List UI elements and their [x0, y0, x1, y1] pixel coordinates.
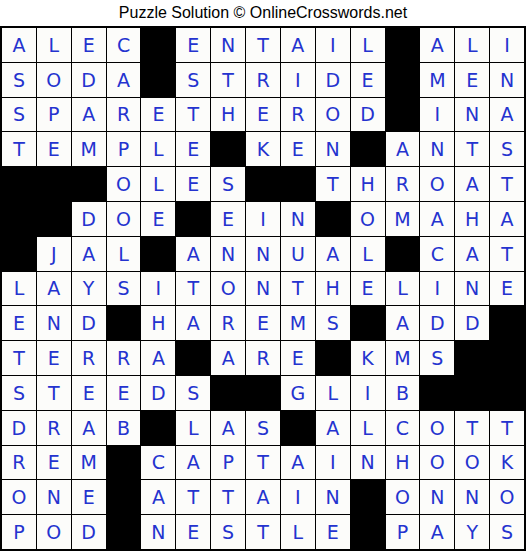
- letter-cell: N: [351, 446, 385, 480]
- letter-cell: T: [281, 272, 315, 306]
- letter-cell: T: [176, 480, 210, 514]
- letter-cell: N: [37, 306, 71, 340]
- letter-cell: O: [420, 411, 454, 445]
- block-cell: [351, 515, 385, 549]
- letter-cell: E: [316, 515, 350, 549]
- letter-cell: M: [72, 446, 106, 480]
- letter-cell: L: [281, 515, 315, 549]
- block-cell: [490, 376, 524, 410]
- letter-cell: O: [2, 480, 36, 514]
- letter-cell: A: [386, 132, 420, 166]
- letter-cell: E: [176, 167, 210, 201]
- block-cell: [386, 28, 420, 62]
- letter-cell: O: [107, 167, 141, 201]
- letter-cell: D: [72, 63, 106, 97]
- block-cell: [72, 167, 106, 201]
- block-cell: [211, 132, 245, 166]
- letter-cell: N: [420, 480, 454, 514]
- letter-cell: S: [420, 341, 454, 375]
- letter-cell: O: [37, 515, 71, 549]
- letter-cell: D: [72, 202, 106, 236]
- letter-cell: A: [316, 411, 350, 445]
- letter-cell: E: [37, 341, 71, 375]
- letter-cell: R: [107, 98, 141, 132]
- letter-cell: S: [211, 515, 245, 549]
- letter-cell: T: [246, 446, 280, 480]
- letter-cell: C: [386, 411, 420, 445]
- crossword-grid: ALECENTAILALISODASTRIDEMENSPARETHERODINA…: [0, 26, 526, 551]
- letter-cell: I: [281, 480, 315, 514]
- letter-cell: R: [211, 306, 245, 340]
- letter-cell: R: [281, 98, 315, 132]
- letter-cell: M: [386, 202, 420, 236]
- letter-cell: A: [176, 237, 210, 271]
- letter-cell: O: [490, 480, 524, 514]
- letter-cell: S: [2, 63, 36, 97]
- letter-cell: E: [141, 98, 175, 132]
- block-cell: [420, 376, 454, 410]
- letter-cell: S: [211, 167, 245, 201]
- letter-cell: D: [316, 63, 350, 97]
- letter-cell: E: [211, 202, 245, 236]
- letter-cell: M: [386, 341, 420, 375]
- letter-cell: S: [107, 272, 141, 306]
- letter-cell: E: [72, 376, 106, 410]
- letter-cell: A: [281, 28, 315, 62]
- letter-cell: D: [72, 306, 106, 340]
- letter-cell: D: [2, 411, 36, 445]
- letter-cell: D: [72, 515, 106, 549]
- letter-cell: T: [37, 376, 71, 410]
- block-cell: [351, 132, 385, 166]
- letter-cell: I: [141, 272, 175, 306]
- letter-cell: N: [246, 272, 280, 306]
- letter-cell: S: [176, 376, 210, 410]
- letter-cell: T: [211, 480, 245, 514]
- letter-cell: R: [72, 341, 106, 375]
- letter-cell: B: [386, 376, 420, 410]
- letter-cell: O: [386, 480, 420, 514]
- letter-cell: T: [246, 28, 280, 62]
- letter-cell: R: [107, 341, 141, 375]
- letter-cell: O: [420, 167, 454, 201]
- letter-cell: A: [386, 306, 420, 340]
- letter-cell: I: [246, 202, 280, 236]
- letter-cell: A: [2, 28, 36, 62]
- letter-cell: I: [281, 63, 315, 97]
- block-cell: [490, 341, 524, 375]
- letter-cell: O: [420, 446, 454, 480]
- block-cell: [490, 306, 524, 340]
- letter-cell: E: [176, 132, 210, 166]
- letter-cell: N: [420, 132, 454, 166]
- letter-cell: E: [141, 202, 175, 236]
- letter-cell: A: [72, 237, 106, 271]
- letter-cell: S: [2, 376, 36, 410]
- letter-cell: L: [316, 376, 350, 410]
- letter-cell: C: [107, 28, 141, 62]
- letter-cell: K: [490, 446, 524, 480]
- letter-cell: A: [107, 63, 141, 97]
- letter-cell: M: [72, 132, 106, 166]
- letter-cell: I: [316, 28, 350, 62]
- letter-cell: R: [246, 63, 280, 97]
- letter-cell: E: [281, 341, 315, 375]
- block-cell: [141, 28, 175, 62]
- letter-cell: A: [211, 411, 245, 445]
- letter-cell: H: [141, 306, 175, 340]
- letter-cell: N: [141, 515, 175, 549]
- letter-cell: A: [141, 341, 175, 375]
- puzzle-solution-page: Puzzle Solution © OnlineCrosswords.net A…: [0, 0, 526, 551]
- letter-cell: E: [37, 132, 71, 166]
- letter-cell: O: [37, 63, 71, 97]
- letter-cell: T: [490, 167, 524, 201]
- letter-cell: E: [2, 306, 36, 340]
- letter-cell: L: [176, 411, 210, 445]
- letter-cell: E: [246, 306, 280, 340]
- letter-cell: L: [351, 411, 385, 445]
- block-cell: [246, 167, 280, 201]
- letter-cell: U: [281, 237, 315, 271]
- letter-cell: I: [351, 376, 385, 410]
- page-title: Puzzle Solution © OnlineCrosswords.net: [0, 0, 526, 26]
- letter-cell: I: [420, 98, 454, 132]
- letter-cell: L: [2, 272, 36, 306]
- letter-cell: D: [455, 306, 489, 340]
- letter-cell: S: [246, 411, 280, 445]
- letter-cell: R: [386, 167, 420, 201]
- letter-cell: G: [281, 376, 315, 410]
- letter-cell: O: [211, 272, 245, 306]
- letter-cell: A: [455, 167, 489, 201]
- letter-cell: M: [281, 306, 315, 340]
- letter-cell: R: [246, 341, 280, 375]
- letter-cell: N: [211, 28, 245, 62]
- letter-cell: P: [386, 515, 420, 549]
- letter-cell: H: [211, 98, 245, 132]
- letter-cell: D: [141, 376, 175, 410]
- letter-cell: N: [37, 480, 71, 514]
- letter-cell: A: [141, 480, 175, 514]
- letter-cell: P: [2, 515, 36, 549]
- letter-cell: E: [37, 446, 71, 480]
- block-cell: [107, 446, 141, 480]
- letter-cell: A: [420, 28, 454, 62]
- letter-cell: C: [420, 237, 454, 271]
- letter-cell: S: [490, 515, 524, 549]
- letter-cell: E: [455, 63, 489, 97]
- block-cell: [107, 306, 141, 340]
- block-cell: [386, 98, 420, 132]
- letter-cell: S: [316, 306, 350, 340]
- letter-cell: A: [420, 515, 454, 549]
- letter-cell: P: [37, 98, 71, 132]
- letter-cell: J: [37, 237, 71, 271]
- letter-cell: A: [176, 446, 210, 480]
- letter-cell: R: [2, 446, 36, 480]
- letter-cell: T: [176, 272, 210, 306]
- block-cell: [141, 237, 175, 271]
- letter-cell: E: [107, 376, 141, 410]
- letter-cell: C: [141, 446, 175, 480]
- block-cell: [176, 341, 210, 375]
- letter-cell: N: [316, 132, 350, 166]
- letter-cell: E: [176, 515, 210, 549]
- letter-cell: D: [420, 306, 454, 340]
- letter-cell: A: [420, 202, 454, 236]
- letter-cell: L: [141, 167, 175, 201]
- block-cell: [246, 376, 280, 410]
- letter-cell: E: [246, 98, 280, 132]
- letter-cell: T: [211, 63, 245, 97]
- block-cell: [211, 376, 245, 410]
- letter-cell: E: [351, 63, 385, 97]
- letter-cell: N: [455, 480, 489, 514]
- block-cell: [2, 237, 36, 271]
- letter-cell: E: [490, 272, 524, 306]
- letter-cell: A: [455, 237, 489, 271]
- letter-cell: T: [2, 132, 36, 166]
- letter-cell: E: [176, 28, 210, 62]
- block-cell: [37, 202, 71, 236]
- letter-cell: N: [246, 237, 280, 271]
- block-cell: [455, 341, 489, 375]
- block-cell: [386, 237, 420, 271]
- letter-cell: L: [386, 272, 420, 306]
- letter-cell: R: [37, 411, 71, 445]
- letter-cell: N: [316, 480, 350, 514]
- letter-cell: N: [211, 237, 245, 271]
- letter-cell: S: [176, 63, 210, 97]
- block-cell: [107, 480, 141, 514]
- block-cell: [351, 306, 385, 340]
- letter-cell: T: [246, 515, 280, 549]
- letter-cell: T: [455, 132, 489, 166]
- letter-cell: O: [455, 446, 489, 480]
- letter-cell: K: [246, 132, 280, 166]
- letter-cell: L: [141, 132, 175, 166]
- letter-cell: D: [351, 98, 385, 132]
- block-cell: [37, 167, 71, 201]
- block-cell: [141, 63, 175, 97]
- block-cell: [386, 63, 420, 97]
- letter-cell: T: [316, 167, 350, 201]
- block-cell: [2, 167, 36, 201]
- letter-cell: H: [316, 272, 350, 306]
- letter-cell: L: [37, 28, 71, 62]
- block-cell: [351, 480, 385, 514]
- letter-cell: P: [107, 132, 141, 166]
- letter-cell: E: [72, 480, 106, 514]
- letter-cell: T: [2, 341, 36, 375]
- letter-cell: L: [107, 237, 141, 271]
- letter-cell: H: [351, 167, 385, 201]
- block-cell: [2, 202, 36, 236]
- letter-cell: A: [72, 98, 106, 132]
- letter-cell: N: [490, 63, 524, 97]
- letter-cell: H: [455, 202, 489, 236]
- letter-cell: A: [72, 411, 106, 445]
- block-cell: [316, 202, 350, 236]
- letter-cell: E: [351, 272, 385, 306]
- letter-cell: T: [490, 411, 524, 445]
- block-cell: [176, 202, 210, 236]
- letter-cell: T: [455, 411, 489, 445]
- letter-cell: H: [386, 446, 420, 480]
- block-cell: [455, 376, 489, 410]
- letter-cell: S: [2, 98, 36, 132]
- letter-cell: Y: [72, 272, 106, 306]
- block-cell: [141, 411, 175, 445]
- letter-cell: T: [490, 237, 524, 271]
- letter-cell: A: [281, 446, 315, 480]
- letter-cell: L: [351, 28, 385, 62]
- letter-cell: I: [490, 28, 524, 62]
- letter-cell: N: [455, 98, 489, 132]
- letter-cell: O: [351, 202, 385, 236]
- letter-cell: N: [455, 272, 489, 306]
- letter-cell: K: [351, 341, 385, 375]
- letter-cell: I: [420, 272, 454, 306]
- letter-cell: N: [281, 202, 315, 236]
- letter-cell: E: [281, 132, 315, 166]
- letter-cell: L: [351, 237, 385, 271]
- block-cell: [281, 167, 315, 201]
- letter-cell: A: [37, 272, 71, 306]
- letter-cell: A: [211, 341, 245, 375]
- letter-cell: S: [490, 132, 524, 166]
- letter-cell: A: [316, 237, 350, 271]
- block-cell: [107, 515, 141, 549]
- block-cell: [281, 411, 315, 445]
- letter-cell: I: [316, 446, 350, 480]
- letter-cell: A: [246, 480, 280, 514]
- letter-cell: M: [420, 63, 454, 97]
- letter-cell: A: [176, 306, 210, 340]
- block-cell: [316, 341, 350, 375]
- letter-cell: E: [72, 28, 106, 62]
- letter-cell: T: [176, 98, 210, 132]
- letter-cell: O: [107, 202, 141, 236]
- letter-cell: P: [211, 446, 245, 480]
- letter-cell: A: [490, 98, 524, 132]
- letter-cell: B: [107, 411, 141, 445]
- letter-cell: A: [490, 202, 524, 236]
- letter-cell: L: [455, 28, 489, 62]
- letter-cell: O: [316, 98, 350, 132]
- letter-cell: Y: [455, 515, 489, 549]
